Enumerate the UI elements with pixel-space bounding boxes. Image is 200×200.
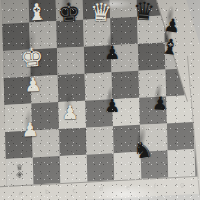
black-bishop-icon: ♝ — [159, 36, 181, 59]
pieces-layer: ♝♚♛♛♟♝♟♚♟♟♟♟♟♞ — [0, 0, 200, 200]
white-pawn-icon: ♟ — [21, 120, 39, 140]
white-king-icon: ♚ — [20, 44, 45, 71]
white-bishop-icon: ♝ — [26, 1, 48, 25]
white-pawn-icon: ♟ — [24, 75, 42, 95]
black-pawn-icon: ♟ — [163, 16, 181, 36]
black-knight-icon: ♞ — [131, 138, 154, 163]
chessboard-photo: 12345678 ♛◈ abcdefgh ♝♚♛♛♟♝♟♚♟♟♟♟♟♞ — [0, 0, 200, 200]
black-pawn-icon: ♟ — [104, 44, 120, 62]
black-pawn-icon: ♟ — [104, 97, 120, 115]
white-queen-icon: ♛ — [89, 0, 112, 25]
white-pawn-icon: ♟ — [61, 103, 78, 122]
black-pawn-icon: ♟ — [151, 94, 168, 113]
black-king-icon: ♚ — [57, 0, 81, 26]
black-queen-icon: ♛ — [132, 0, 156, 25]
